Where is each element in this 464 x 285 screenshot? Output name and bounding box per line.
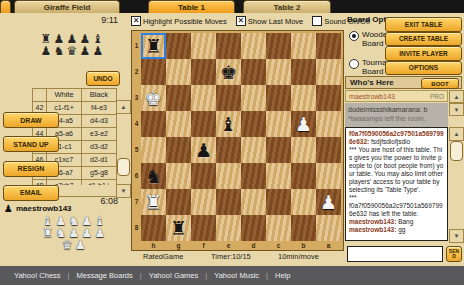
square-f4[interactable]	[191, 111, 216, 137]
tab-table-1[interactable]: Table 1	[148, 0, 235, 13]
square-e2[interactable]: ♚	[216, 59, 241, 85]
square-b6[interactable]	[291, 163, 316, 189]
black-move: f4-e3	[82, 102, 117, 115]
captured-black-pawn-icon: ♟	[40, 45, 53, 57]
rank-label-7: 7	[132, 189, 141, 215]
undo-button[interactable]: UNDO	[86, 71, 120, 86]
square-b8[interactable]	[291, 215, 316, 241]
player-row[interactable]: ♟ maestrowb143	[4, 203, 72, 214]
square-g8[interactable]: ♜	[166, 215, 191, 241]
create-table-button[interactable]: CREATE TABLE	[385, 32, 462, 47]
square-d2[interactable]	[241, 59, 266, 85]
chat-message: f0a7f0590056a2c97501a5697996e632: fsdjfs…	[349, 130, 444, 146]
chat-message: ***	[349, 194, 444, 202]
square-b4[interactable]: ♟	[291, 111, 316, 137]
square-f8[interactable]	[191, 215, 216, 241]
white-rook-icon: ♜	[145, 193, 162, 212]
square-a7[interactable]: ♟	[316, 189, 341, 215]
table-buttons: EXIT TABLECREATE TABLEINVITE PLAYEROPTIO…	[385, 17, 462, 75]
black-pawn-icon: ♟	[195, 141, 212, 160]
rank-label-6: 6	[132, 163, 141, 189]
black-move: d3-d2	[82, 141, 117, 154]
black-rook-icon: ♜	[170, 219, 187, 238]
checkbox-show-last-move[interactable]: ✕Show Last Move	[236, 16, 303, 26]
player-name: maestrowb143	[16, 204, 72, 213]
file-label-b: b	[291, 241, 316, 250]
checked-box-icon: ✕	[131, 16, 141, 26]
captured-white-queen-icon: ♛	[61, 239, 74, 251]
move-num-header	[33, 89, 47, 102]
tab-bar: Giraffe Field Table 1 Table 2	[0, 0, 464, 13]
timer-label: Timer:10/15	[211, 252, 251, 261]
white-king-icon: ♚	[145, 89, 162, 108]
file-label-d: d	[241, 241, 266, 250]
board-squares: ♜♚♚♝♟♟♞♜♟♜	[141, 33, 341, 241]
captured-white-tray: ♝♟♞♟♝♜♞♟♟♟♛♟	[30, 215, 118, 251]
tab-giraffe-field[interactable]: Giraffe Field	[14, 0, 120, 13]
square-h3[interactable]: ♚	[141, 85, 166, 111]
square-h4[interactable]	[141, 111, 166, 137]
file-label-a: a	[316, 241, 341, 250]
square-a5[interactable]	[316, 137, 341, 163]
square-g3[interactable]	[166, 85, 191, 111]
white-clock: 9:11	[90, 15, 118, 25]
square-h5[interactable]	[141, 137, 166, 163]
square-g4[interactable]	[166, 111, 191, 137]
square-f1[interactable]	[191, 33, 216, 59]
checkbox-label: Highlight Possible Moves	[143, 17, 227, 26]
captured-black-knight-icon: ♞	[53, 45, 66, 57]
black-move: d2-d1	[82, 154, 117, 167]
link-separator: |	[140, 271, 142, 280]
move-col-header: Black	[82, 89, 117, 102]
square-c3[interactable]	[266, 85, 291, 111]
black-knight-icon: ♞	[145, 167, 162, 186]
square-d1[interactable]	[241, 33, 266, 59]
white-pawn-icon: ♟	[320, 193, 337, 212]
black-pawn-icon: ♟	[4, 203, 13, 214]
square-f7[interactable]	[191, 189, 216, 215]
room-status-lines: dudeimissshikamarana: b *twaaamps left t…	[345, 103, 448, 127]
square-e3[interactable]	[216, 85, 241, 111]
black-clock: 6:08	[90, 196, 118, 206]
send-button[interactable]: SEND	[446, 246, 462, 262]
black-bishop-icon: ♝	[220, 115, 237, 134]
square-e7[interactable]	[216, 189, 241, 215]
checkbox-label: Show Last Move	[248, 17, 303, 26]
move-scroll-thumb[interactable]	[117, 158, 130, 176]
members-scroll-up-icon[interactable]: ▲	[449, 90, 464, 103]
square-c6[interactable]	[266, 163, 291, 189]
square-b5[interactable]	[291, 137, 316, 163]
chat-input[interactable]	[347, 246, 443, 262]
captured-black-pawn-icon: ♟	[79, 45, 92, 57]
tab-table-2[interactable]: Table 2	[243, 0, 331, 13]
captured-white-pawn-icon: ♟	[94, 227, 107, 239]
status-line: *twaaamps left the room.	[348, 114, 445, 123]
options-button[interactable]: OPTIONS	[385, 61, 462, 76]
file-label-f: f	[191, 241, 216, 250]
tab-partial[interactable]	[0, 0, 11, 13]
footer-link-message-boards[interactable]: Message Boards	[77, 271, 133, 280]
stand-up-button[interactable]: STAND UP	[3, 136, 59, 152]
square-d7[interactable]	[241, 189, 266, 215]
black-move: d4-d3	[82, 115, 117, 128]
checked-box-icon: ✕	[236, 16, 246, 26]
chat-scroll-up-icon[interactable]: ▲	[449, 127, 464, 141]
square-d4[interactable]	[241, 111, 266, 137]
members-scroll-down-icon[interactable]: ▼	[449, 103, 464, 116]
captured-white-pawn-icon: ♟	[74, 239, 87, 251]
black-move: g5-g8	[82, 167, 117, 180]
square-d8[interactable]	[241, 215, 266, 241]
square-b1[interactable]	[291, 33, 316, 59]
invite-player-button[interactable]: INVITE PLAYER	[385, 46, 462, 61]
square-f3[interactable]	[191, 85, 216, 111]
square-h1[interactable]: ♜	[141, 33, 166, 59]
chat-username: maestrowb143:	[349, 218, 398, 225]
file-label-c: c	[266, 241, 291, 250]
black-king-icon: ♚	[220, 63, 237, 82]
checkbox-highlight-possible-moves[interactable]: ✕Highlight Possible Moves	[131, 16, 227, 26]
square-c8[interactable]	[266, 215, 291, 241]
email-button[interactable]: EMAIL	[3, 185, 59, 201]
square-b7[interactable]	[291, 189, 316, 215]
unchecked-box-icon	[312, 16, 322, 26]
square-e4[interactable]: ♝	[216, 111, 241, 137]
rank-label-8: 8	[132, 215, 141, 241]
rated-game-label: RatedGame	[143, 252, 183, 261]
member-tag: PRO	[430, 93, 447, 100]
rank-label-1: 1	[132, 33, 141, 59]
square-g6[interactable]	[166, 163, 191, 189]
square-c4[interactable]	[266, 111, 291, 137]
rank-label-5: 5	[132, 137, 141, 163]
footer-link-yahoo-games[interactable]: Yahoo! Games	[149, 271, 198, 280]
chat-log[interactable]: f0a7f0590056a2c97501a5697996e632: fsdjfs…	[345, 127, 448, 241]
resign-button[interactable]: RESIGN	[3, 161, 59, 177]
radio-unselected-icon	[349, 59, 359, 69]
chat-message: maestrowb143: Bang	[349, 218, 444, 226]
square-c2[interactable]	[266, 59, 291, 85]
file-label-e: e	[216, 241, 241, 250]
black-move: e3-e2	[82, 128, 117, 141]
square-a2[interactable]	[316, 59, 341, 85]
tempo-label: 10min/move	[278, 252, 319, 261]
member-name: maestrowb143	[346, 93, 430, 100]
square-h7[interactable]: ♜	[141, 189, 166, 215]
black-rook-icon: ♜	[145, 37, 162, 56]
chat-username: maestrowb143:	[349, 226, 398, 233]
file-label-h: h	[141, 241, 166, 250]
whos-here-header: Who's Here BOOT	[345, 76, 462, 89]
footer-link-help[interactable]: Help	[275, 271, 290, 280]
square-e1[interactable]	[216, 33, 241, 59]
chat-scroll-thumb[interactable]	[450, 141, 463, 161]
exit-table-button[interactable]: EXIT TABLE	[385, 17, 462, 32]
board-option-checkboxes: ✕Highlight Possible Moves✕Show Last Move…	[131, 15, 370, 27]
captured-black-pawn-icon: ♟	[92, 45, 105, 57]
captured-black-queen-icon: ♛	[66, 45, 79, 57]
chat-scroll-down-icon[interactable]: ▼	[449, 229, 464, 243]
rank-labels: 12345678	[132, 33, 141, 241]
link-separator: |	[205, 271, 207, 280]
square-f6[interactable]	[191, 163, 216, 189]
square-f2[interactable]	[191, 59, 216, 85]
square-c1[interactable]	[266, 33, 291, 59]
boot-button[interactable]: BOOT	[421, 78, 459, 89]
chat-message: maestrowb143: gg	[349, 226, 444, 234]
rank-label-4: 4	[132, 111, 141, 137]
square-g7[interactable]	[166, 189, 191, 215]
square-h2[interactable]	[141, 59, 166, 85]
captured-white-rook-icon: ♜	[42, 227, 55, 239]
square-a3[interactable]	[316, 85, 341, 111]
link-separator: |	[68, 271, 70, 280]
square-a8[interactable]	[316, 215, 341, 241]
chat-username: f0a7f0590056a2c97501a5697996e632:	[349, 130, 444, 145]
square-a1[interactable]	[316, 33, 341, 59]
move-scroll-up-icon[interactable]: ▲	[116, 100, 131, 114]
chat-message: *** You are host of this table. This giv…	[349, 146, 444, 194]
square-d5[interactable]	[241, 137, 266, 163]
action-buttons: DRAWSTAND UPRESIGNEMAIL	[3, 112, 59, 201]
square-d3[interactable]	[241, 85, 266, 111]
square-h8[interactable]	[141, 215, 166, 241]
square-c7[interactable]	[266, 189, 291, 215]
square-a4[interactable]	[316, 111, 341, 137]
square-h6[interactable]: ♞	[141, 163, 166, 189]
rank-label-3: 3	[132, 85, 141, 111]
square-e6[interactable]	[216, 163, 241, 189]
member-row[interactable]: maestrowb143 PRO	[345, 90, 448, 102]
square-g1[interactable]	[166, 33, 191, 59]
square-f5[interactable]: ♟	[191, 137, 216, 163]
rank-label-2: 2	[132, 59, 141, 85]
whos-here-title: Who's Here	[350, 78, 394, 87]
file-labels: hgfedcba	[141, 241, 341, 250]
draw-button[interactable]: DRAW	[3, 112, 59, 128]
square-e8[interactable]	[216, 215, 241, 241]
square-b2[interactable]	[291, 59, 316, 85]
move-col-header: White	[47, 89, 82, 102]
footer-link-yahoo-music[interactable]: Yahoo! Music	[214, 271, 259, 280]
footer-link-yahoo-chess[interactable]: Yahoo! Chess	[14, 271, 61, 280]
file-label-g: g	[166, 241, 191, 250]
chess-table-window: Giraffe Field Table 1 Table 2 9:11 ♜♟♟♟♝…	[0, 0, 464, 285]
chess-board: 12345678 ♜♚♚♝♟♟♞♜♟♜ hgfedcba	[131, 30, 344, 251]
white-pawn-icon: ♟	[295, 115, 312, 134]
footer-links: Yahoo! Chess|Message Boards|Yahoo! Games…	[0, 266, 464, 285]
square-a6[interactable]	[316, 163, 341, 189]
square-b3[interactable]	[291, 85, 316, 111]
square-g2[interactable]	[166, 59, 191, 85]
square-g5[interactable]	[166, 137, 191, 163]
link-separator: |	[266, 271, 268, 280]
square-d6[interactable]	[241, 163, 266, 189]
square-c5[interactable]	[266, 137, 291, 163]
move-scroll-down-icon[interactable]: ▼	[116, 184, 131, 198]
status-line: dudeimissshikamarana: b	[348, 105, 445, 114]
radio-selected-icon	[349, 31, 359, 41]
square-e5[interactable]	[216, 137, 241, 163]
chat-message: f0a7f0590056a2c97501a5697996e632 has lef…	[349, 202, 444, 218]
captured-black-tray: ♜♟♟♟♝♟♞♛♟♟	[26, 33, 118, 57]
